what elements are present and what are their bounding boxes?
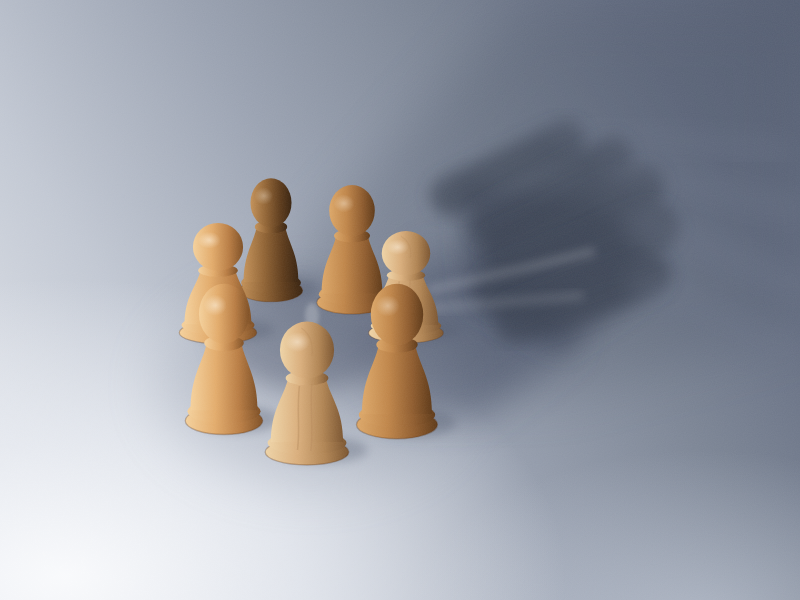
scene-svg	[0, 0, 800, 600]
photo-stage	[0, 0, 800, 600]
paper-texture	[0, 0, 800, 600]
